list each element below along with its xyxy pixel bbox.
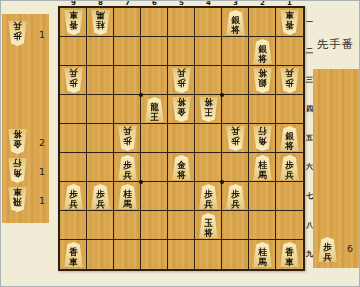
star-point [139,180,143,184]
piece-kanji: 車 [69,258,78,268]
square-4i[interactable] [195,240,222,269]
piece-kanji: 兵 [231,126,240,136]
piece-kanji: 馬 [258,171,267,181]
square-3c[interactable] [222,66,249,95]
piece-kanji: 王 [204,107,213,117]
square-5g[interactable] [168,182,195,211]
piece-kanji: 車 [13,187,22,197]
piece-kanji: 馬 [96,10,105,20]
square-3i[interactable] [222,240,249,269]
piece-kanji: 将 [258,68,267,78]
square-4b[interactable] [195,37,222,66]
square-6g[interactable] [141,182,168,211]
square-7i[interactable] [114,240,141,269]
shogi-app-window: 歩兵1金将2角行1飛車1 香車桂馬銀将香車銀将歩兵歩兵銀将歩兵龍王金将王将歩兵歩… [0,0,360,287]
gote-hand-count-1: 2 [39,137,45,148]
piece-kanji: 歩 [285,78,294,88]
square-9e[interactable] [60,124,87,153]
square-4a[interactable] [195,8,222,37]
gote-hand-count-2: 1 [39,166,45,177]
piece-kanji: 兵 [69,200,78,210]
piece-kanji: 香 [285,20,294,30]
square-8b[interactable] [87,37,114,66]
piece-kanji: 兵 [204,200,213,210]
piece-kanji: 兵 [69,68,78,78]
square-9f[interactable] [60,153,87,182]
square-1d[interactable] [276,95,303,124]
piece-kanji: 王 [150,113,159,123]
square-8d[interactable] [87,95,114,124]
square-1g[interactable] [276,182,303,211]
square-5e[interactable] [168,124,195,153]
piece-kanji: 歩 [123,136,132,146]
file-label-1: 1 [276,0,303,7]
piece-kanji: 行 [13,158,22,168]
square-5b[interactable] [168,37,195,66]
shogi-piece-sente-hand-0[interactable]: 歩兵 [317,237,338,262]
piece-kanji: 香 [69,20,78,30]
file-label-7: 7 [114,0,141,7]
square-6h[interactable] [141,211,168,240]
piece-kanji: 将 [13,129,22,139]
piece-kanji: 歩 [177,78,186,88]
piece-kanji: 兵 [285,68,294,78]
piece-kanji: 兵 [231,200,240,210]
square-2a[interactable] [249,8,276,37]
piece-kanji: 行 [258,126,267,136]
piece-kanji: 歩 [13,31,22,41]
piece-kanji: 金 [177,107,186,117]
piece-kanji: 将 [204,229,213,239]
piece-kanji: 馬 [258,258,267,268]
piece-kanji: 将 [177,171,186,181]
square-6e[interactable] [141,124,168,153]
square-6f[interactable] [141,153,168,182]
gote-hand-count-0: 1 [39,29,45,40]
piece-kanji: 将 [258,55,267,65]
square-1h[interactable] [276,211,303,240]
piece-kanji: 将 [177,97,186,107]
star-point [139,93,143,97]
square-2h[interactable] [249,211,276,240]
square-8i[interactable] [87,240,114,269]
square-6b[interactable] [141,37,168,66]
piece-kanji: 兵 [96,200,105,210]
square-6i[interactable] [141,240,168,269]
piece-kanji: 飛 [13,197,22,207]
square-2g[interactable] [249,182,276,211]
file-label-5: 5 [168,0,195,7]
piece-kanji: 将 [285,142,294,152]
square-7d[interactable] [114,95,141,124]
file-label-8: 8 [87,0,114,7]
gote-hand-count-3: 1 [39,195,45,206]
piece-kanji: 将 [231,26,240,36]
square-7a[interactable] [114,8,141,37]
shogi-piece-gote-hand-0[interactable]: 歩兵 [7,21,28,46]
rank-label-1: 一 [305,8,314,37]
square-6c[interactable] [141,66,168,95]
piece-kanji: 銀 [258,78,267,88]
piece-kanji: 兵 [285,171,294,181]
piece-kanji: 桂 [96,20,105,30]
sente-hand-count-0: 6 [347,243,353,254]
square-8f[interactable] [87,153,114,182]
square-8c[interactable] [87,66,114,95]
piece-kanji: 歩 [231,136,240,146]
star-point [220,93,224,97]
piece-kanji: 兵 [13,21,22,31]
square-3h[interactable] [222,211,249,240]
piece-kanji: 兵 [177,68,186,78]
shogi-piece-gote-hand-1[interactable]: 金将 [7,129,28,154]
shogi-board: 香車桂馬銀将香車銀将歩兵歩兵銀将歩兵龍王金将王将歩兵歩兵角行銀将歩兵金将桂馬歩兵… [58,6,305,271]
square-7b[interactable] [114,37,141,66]
square-5a[interactable] [168,8,195,37]
piece-kanji: 角 [13,168,22,178]
file-label-3: 3 [222,0,249,7]
shogi-piece-gote-hand-2[interactable]: 角行 [7,158,28,183]
piece-kanji: 将 [204,97,213,107]
sente-hand-tray: 歩兵6 [313,69,359,268]
piece-kanji: 角 [258,136,267,146]
square-9b[interactable] [60,37,87,66]
square-4e[interactable] [195,124,222,153]
square-9d[interactable] [60,95,87,124]
square-2d[interactable] [249,95,276,124]
square-9h[interactable] [60,211,87,240]
file-label-6: 6 [141,0,168,7]
piece-kanji: 馬 [123,200,132,210]
square-7c[interactable] [114,66,141,95]
turn-indicator: 先手番 [311,37,360,52]
square-4f[interactable] [195,153,222,182]
piece-kanji: 兵 [123,171,132,181]
gote-hand-tray: 歩兵1金将2角行1飛車1 [2,14,49,223]
square-6a[interactable] [141,8,168,37]
file-label-9: 9 [60,0,87,7]
square-1b[interactable] [276,37,303,66]
square-3d[interactable] [222,95,249,124]
piece-kanji: 車 [285,10,294,20]
piece-kanji: 兵 [123,126,132,136]
piece-kanji: 兵 [323,253,332,263]
star-point [220,180,224,184]
piece-kanji: 金 [13,139,22,149]
square-8e[interactable] [87,124,114,153]
piece-kanji: 歩 [69,78,78,88]
piece-kanji: 車 [285,258,294,268]
square-5i[interactable] [168,240,195,269]
square-3f[interactable] [222,153,249,182]
square-7h[interactable] [114,211,141,240]
square-5h[interactable] [168,211,195,240]
shogi-piece-gote-hand-3[interactable]: 飛車 [7,187,28,212]
file-label-4: 4 [195,0,222,7]
piece-kanji: 車 [69,10,78,20]
square-4c[interactable] [195,66,222,95]
square-3b[interactable] [222,37,249,66]
file-label-2: 2 [249,0,276,7]
square-8h[interactable] [87,211,114,240]
